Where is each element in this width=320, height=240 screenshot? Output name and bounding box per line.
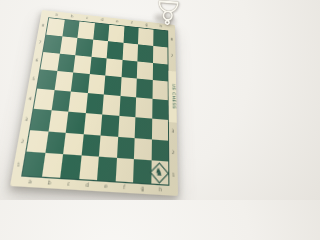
square-d1 (79, 156, 99, 180)
square-c7 (75, 38, 92, 57)
board-grid: ♞ (21, 17, 169, 186)
square-f6 (121, 59, 137, 78)
square-d5 (87, 74, 105, 94)
square-c8 (77, 21, 94, 39)
white-pawn: ♙ (150, 0, 187, 35)
square-f2 (116, 136, 134, 159)
square-h1: ♞ (151, 161, 169, 185)
square-d8 (93, 23, 109, 41)
square-e3 (101, 114, 119, 136)
chess-board: abcdefgh abcdefgh 87654321 87654321 US C… (10, 10, 178, 196)
diamond-pieces-logo: ♞ (150, 162, 169, 183)
square-c1 (60, 154, 81, 179)
square-h5 (152, 80, 168, 100)
square-f3 (118, 116, 136, 138)
brand-text: US CHESS (169, 71, 177, 123)
square-h4 (152, 99, 168, 120)
square-d3 (83, 113, 102, 135)
coord-label: 7 (168, 47, 175, 65)
coord-label: 3 (169, 120, 177, 141)
square-c3 (66, 111, 86, 133)
coord-label: 1 (169, 163, 178, 187)
square-f8 (123, 26, 139, 44)
square-d7 (91, 39, 108, 58)
coord-label: h (151, 185, 169, 196)
square-f1 (115, 158, 134, 182)
coord-label: d (77, 180, 97, 191)
square-g5 (136, 79, 152, 99)
square-g1 (133, 159, 151, 183)
square-f4 (119, 96, 136, 117)
square-e2 (99, 135, 118, 158)
square-e6 (105, 58, 122, 77)
square-c2 (63, 132, 83, 155)
coord-label: a (19, 177, 40, 188)
square-e5 (104, 76, 121, 96)
logo-knight-icon: ♞ (155, 167, 164, 178)
photo-scene: abcdefgh abcdefgh 87654321 87654321 US C… (0, 0, 200, 200)
coord-label: g (133, 184, 151, 195)
square-g2 (134, 138, 152, 161)
square-h6 (152, 63, 167, 82)
coord-label: f (115, 182, 134, 193)
square-g4 (135, 97, 152, 118)
square-c5 (71, 73, 89, 93)
square-g6 (137, 61, 153, 80)
coord-label: e (96, 181, 115, 192)
square-d6 (89, 56, 106, 75)
coord-label: c (58, 179, 78, 190)
square-e7 (107, 41, 123, 60)
square-c4 (68, 92, 87, 113)
square-h2 (151, 139, 168, 162)
square-d2 (81, 134, 101, 157)
square-f7 (122, 43, 138, 61)
square-g3 (135, 117, 152, 139)
square-d4 (85, 93, 103, 114)
square-e8 (108, 25, 124, 43)
square-e1 (97, 157, 116, 181)
square-e4 (102, 94, 120, 115)
square-c6 (73, 55, 91, 74)
square-h7 (153, 46, 168, 64)
square-g7 (137, 44, 152, 62)
square-h3 (151, 118, 168, 140)
coord-label: 2 (169, 141, 177, 163)
square-f5 (120, 77, 137, 97)
coord-label: b (39, 178, 60, 189)
